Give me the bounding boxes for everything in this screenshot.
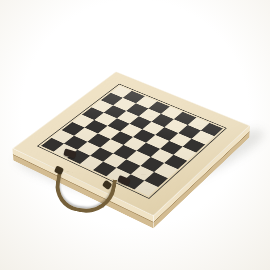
piece-glyph: ♜ bbox=[137, 172, 153, 190]
square-g4 bbox=[150, 149, 173, 163]
chess-case: ♜♞♝♛♚♝♞♜♟♟♟♟♟♟♟♟♟♟♟♟♟♟♟♟♜♞♝♛♚♝♞♜ bbox=[12, 71, 250, 216]
square-h6 bbox=[183, 138, 206, 152]
product-photo: ♜♞♝♛♚♝♞♜♟♟♟♟♟♟♟♟♟♟♟♟♟♟♟♟♜♞♝♛♚♝♞♜ bbox=[0, 0, 270, 270]
piece-glyph: ♟ bbox=[195, 124, 208, 139]
square-h5 bbox=[173, 146, 196, 160]
square-h4 bbox=[164, 155, 187, 170]
square-e4 bbox=[123, 137, 146, 151]
square-g5 bbox=[160, 141, 183, 155]
square-f4 bbox=[137, 143, 160, 157]
scene: ♜♞♝♛♚♝♞♜♟♟♟♟♟♟♟♟♟♟♟♟♟♟♟♟♜♞♝♛♚♝♞♜ bbox=[0, 0, 270, 270]
